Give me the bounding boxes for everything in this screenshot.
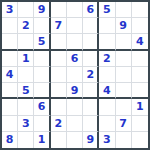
cell-r8c2[interactable]: 3 bbox=[18, 116, 34, 132]
cell-r6c4[interactable] bbox=[51, 83, 67, 99]
cell-r6c6[interactable] bbox=[83, 83, 99, 99]
given-digit: 7 bbox=[54, 20, 62, 31]
given-digit: 5 bbox=[38, 36, 46, 47]
cell-r8c3[interactable] bbox=[34, 116, 50, 132]
cell-r8c7[interactable] bbox=[99, 116, 115, 132]
given-digit: 3 bbox=[6, 4, 14, 15]
cell-r9c3[interactable]: 1 bbox=[34, 132, 50, 148]
given-digit: 3 bbox=[103, 134, 111, 145]
cell-r5c4[interactable] bbox=[51, 67, 67, 83]
cell-r6c2[interactable]: 5 bbox=[18, 83, 34, 99]
sudoku-board: 39652795416242594613278193 bbox=[0, 0, 150, 150]
given-digit: 9 bbox=[38, 4, 46, 15]
cell-r8c8[interactable]: 7 bbox=[116, 116, 132, 132]
given-digit: 2 bbox=[54, 118, 62, 129]
cell-r3c7[interactable] bbox=[99, 34, 115, 50]
cell-r9c7[interactable]: 3 bbox=[99, 132, 115, 148]
given-digit: 6 bbox=[86, 4, 94, 15]
cell-r9c4[interactable] bbox=[51, 132, 67, 148]
cell-r3c3[interactable]: 5 bbox=[34, 34, 50, 50]
cell-r5c7[interactable] bbox=[99, 67, 115, 83]
cell-r7c3[interactable]: 6 bbox=[34, 99, 50, 115]
cell-r8c1[interactable] bbox=[2, 116, 18, 132]
cell-r7c5[interactable] bbox=[67, 99, 83, 115]
cell-r4c8[interactable] bbox=[116, 51, 132, 67]
given-digit: 1 bbox=[22, 53, 30, 64]
given-digit: 6 bbox=[71, 53, 79, 64]
cell-r6c9[interactable] bbox=[132, 83, 148, 99]
cell-r9c8[interactable] bbox=[116, 132, 132, 148]
cell-r5c1[interactable]: 4 bbox=[2, 67, 18, 83]
cell-r2c3[interactable] bbox=[34, 18, 50, 34]
cell-r1c5[interactable] bbox=[67, 2, 83, 18]
given-digit: 4 bbox=[103, 85, 111, 96]
cell-r9c1[interactable]: 8 bbox=[2, 132, 18, 148]
cell-r1c3[interactable]: 9 bbox=[34, 2, 50, 18]
cell-r5c9[interactable] bbox=[132, 67, 148, 83]
cell-r3c1[interactable] bbox=[2, 34, 18, 50]
cell-r3c9[interactable]: 4 bbox=[132, 34, 148, 50]
cell-r7c9[interactable]: 1 bbox=[132, 99, 148, 115]
cell-r4c7[interactable]: 2 bbox=[99, 51, 115, 67]
cell-r4c6[interactable] bbox=[83, 51, 99, 67]
cell-r3c5[interactable] bbox=[67, 34, 83, 50]
cell-r7c7[interactable] bbox=[99, 99, 115, 115]
cell-r3c4[interactable] bbox=[51, 34, 67, 50]
cell-r4c4[interactable] bbox=[51, 51, 67, 67]
given-digit: 9 bbox=[71, 85, 79, 96]
given-digit: 1 bbox=[136, 101, 144, 112]
given-digit: 9 bbox=[119, 20, 127, 31]
cell-r3c8[interactable] bbox=[116, 34, 132, 50]
cell-r4c1[interactable] bbox=[2, 51, 18, 67]
cell-r4c9[interactable] bbox=[132, 51, 148, 67]
cell-r7c1[interactable] bbox=[2, 99, 18, 115]
cell-r8c5[interactable] bbox=[67, 116, 83, 132]
given-digit: 4 bbox=[136, 36, 144, 47]
cell-r1c2[interactable] bbox=[18, 2, 34, 18]
cell-r5c5[interactable] bbox=[67, 67, 83, 83]
cell-r4c2[interactable]: 1 bbox=[18, 51, 34, 67]
cell-r6c5[interactable]: 9 bbox=[67, 83, 83, 99]
cell-r8c4[interactable]: 2 bbox=[51, 116, 67, 132]
given-digit: 2 bbox=[103, 53, 111, 64]
cell-r9c9[interactable] bbox=[132, 132, 148, 148]
given-digit: 4 bbox=[6, 69, 14, 80]
cell-r5c3[interactable] bbox=[34, 67, 50, 83]
given-digit: 5 bbox=[103, 4, 111, 15]
cell-r9c5[interactable] bbox=[67, 132, 83, 148]
cell-r2c6[interactable] bbox=[83, 18, 99, 34]
cell-r2c2[interactable]: 2 bbox=[18, 18, 34, 34]
cell-r1c8[interactable] bbox=[116, 2, 132, 18]
cell-r7c6[interactable] bbox=[83, 99, 99, 115]
given-digit: 2 bbox=[86, 69, 94, 80]
cell-r6c7[interactable]: 4 bbox=[99, 83, 115, 99]
cell-r5c8[interactable] bbox=[116, 67, 132, 83]
cell-r5c6[interactable]: 2 bbox=[83, 67, 99, 83]
cell-r2c5[interactable] bbox=[67, 18, 83, 34]
cell-r9c2[interactable] bbox=[18, 132, 34, 148]
cell-r1c7[interactable]: 5 bbox=[99, 2, 115, 18]
cell-r6c3[interactable] bbox=[34, 83, 50, 99]
given-digit: 1 bbox=[38, 134, 46, 145]
cell-r8c6[interactable] bbox=[83, 116, 99, 132]
cell-r1c6[interactable]: 6 bbox=[83, 2, 99, 18]
cell-r8c9[interactable] bbox=[132, 116, 148, 132]
cell-r6c1[interactable] bbox=[2, 83, 18, 99]
cell-r9c6[interactable]: 9 bbox=[83, 132, 99, 148]
cell-r4c5[interactable]: 6 bbox=[67, 51, 83, 67]
cell-r2c1[interactable] bbox=[2, 18, 18, 34]
given-digit: 8 bbox=[6, 134, 14, 145]
cell-r2c8[interactable]: 9 bbox=[116, 18, 132, 34]
cell-r7c2[interactable] bbox=[18, 99, 34, 115]
cell-r2c4[interactable]: 7 bbox=[51, 18, 67, 34]
given-digit: 7 bbox=[119, 118, 127, 129]
cell-r2c7[interactable] bbox=[99, 18, 115, 34]
cell-r4c3[interactable] bbox=[34, 51, 50, 67]
cell-r7c8[interactable] bbox=[116, 99, 132, 115]
cell-r5c2[interactable] bbox=[18, 67, 34, 83]
cell-r1c1[interactable]: 3 bbox=[2, 2, 18, 18]
cell-r1c9[interactable] bbox=[132, 2, 148, 18]
given-digit: 9 bbox=[86, 134, 94, 145]
cell-r3c2[interactable] bbox=[18, 34, 34, 50]
cell-r6c8[interactable] bbox=[116, 83, 132, 99]
given-digit: 2 bbox=[22, 20, 30, 31]
cell-r1c4[interactable] bbox=[51, 2, 67, 18]
given-digit: 5 bbox=[22, 85, 30, 96]
cell-r3c6[interactable] bbox=[83, 34, 99, 50]
cell-r2c9[interactable] bbox=[132, 18, 148, 34]
given-digit: 3 bbox=[22, 118, 30, 129]
cell-r7c4[interactable] bbox=[51, 99, 67, 115]
given-digit: 6 bbox=[38, 101, 46, 112]
